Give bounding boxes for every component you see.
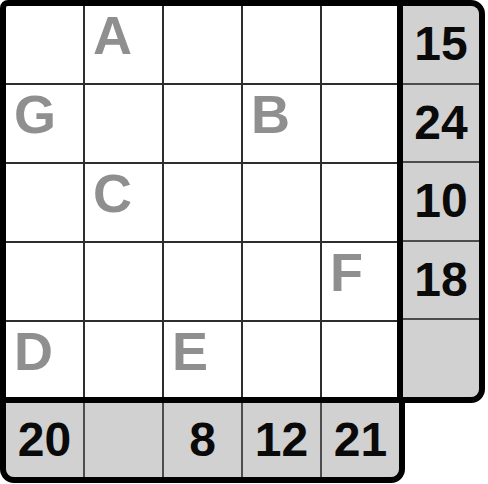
row-sum-4: 18 [403,242,479,319]
cell-r2c2[interactable] [85,85,162,162]
column-sum-clues: 20 8 12 21 [0,397,405,483]
cell-r4c4[interactable] [243,243,320,320]
col-sum-2 [85,403,162,477]
cell-r2c4[interactable]: B [243,85,320,162]
row-sum-clues: 15 24 10 18 [397,0,485,403]
row-sum-5 [403,320,479,397]
cell-r1c5[interactable] [322,6,399,83]
cell-r3c3[interactable] [164,164,241,241]
cell-r4c5[interactable]: F [322,243,399,320]
grid-panel: A G B C F D E [0,0,405,405]
cell-r3c5[interactable] [322,164,399,241]
cell-r2c5[interactable] [322,85,399,162]
cell-r1c4[interactable] [243,6,320,83]
cell-r4c1[interactable] [6,243,83,320]
cell-r2c1[interactable]: G [6,85,83,162]
cell-r5c5[interactable] [322,322,399,399]
col-sum-1: 20 [6,403,83,477]
cell-r1c2[interactable]: A [85,6,162,83]
cell-r5c1[interactable]: D [6,322,83,399]
row-sum-1: 15 [403,6,479,83]
col-sum-5: 21 [322,403,399,477]
cell-r1c3[interactable] [164,6,241,83]
cell-r2c3[interactable] [164,85,241,162]
cell-r4c2[interactable] [85,243,162,320]
cell-r3c1[interactable] [6,164,83,241]
puzzle-board: A G B C F D E 15 24 [0,0,488,484]
cell-r3c2[interactable]: C [85,164,162,241]
row-sum-2: 24 [403,85,479,162]
cell-r3c4[interactable] [243,164,320,241]
grid-cells: A G B C F D E [6,6,399,399]
cell-r5c3[interactable]: E [164,322,241,399]
col-sum-3: 8 [164,403,241,477]
cell-r5c4[interactable] [243,322,320,399]
cell-r4c3[interactable] [164,243,241,320]
cell-r1c1[interactable] [6,6,83,83]
row-sum-3: 10 [403,163,479,240]
col-sum-4: 12 [243,403,320,477]
cell-r5c2[interactable] [85,322,162,399]
